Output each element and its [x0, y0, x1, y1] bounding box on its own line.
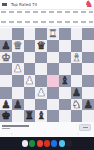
piece-white-king: ♚ — [1, 52, 10, 64]
square-e7[interactable] — [47, 40, 59, 52]
square-f2[interactable] — [59, 99, 71, 111]
menu-icon[interactable] — [2, 3, 7, 7]
nav-right-icon[interactable]: › — [77, 131, 79, 136]
square-f6[interactable] — [59, 52, 71, 64]
square-h8[interactable] — [82, 28, 94, 40]
square-g5[interactable] — [71, 63, 83, 75]
square-g7[interactable] — [71, 40, 83, 52]
square-d4[interactable] — [35, 75, 47, 87]
square-b5[interactable]: ♟ — [12, 63, 24, 75]
square-a6[interactable]: ♚ — [0, 52, 12, 64]
piece-black-queen: ♛ — [36, 40, 45, 52]
piece-white-bishop: ♝ — [72, 52, 81, 64]
square-d8[interactable] — [35, 28, 47, 40]
square-b2[interactable]: ♟ — [12, 99, 24, 111]
square-f3[interactable] — [59, 87, 71, 99]
square-g8[interactable] — [71, 28, 83, 40]
divider — [0, 26, 94, 27]
square-c1[interactable]: ♜ — [24, 110, 36, 122]
square-d6[interactable] — [35, 52, 47, 64]
piece-white-knight: ♞ — [72, 99, 81, 111]
app-icon-4[interactable] — [44, 140, 50, 146]
square-g6[interactable]: ♝ — [71, 52, 83, 64]
square-h1[interactable] — [82, 110, 94, 122]
app-icon-6[interactable] — [59, 140, 65, 146]
square-b6[interactable] — [12, 52, 24, 64]
piece-white-rook: ♜ — [48, 28, 57, 40]
square-c5[interactable] — [24, 63, 36, 75]
puzzle-caption-line-2 — [2, 128, 10, 129]
square-c3[interactable] — [24, 87, 36, 99]
square-h2[interactable]: ♟ — [82, 99, 94, 111]
piece-white-queen: ♛ — [13, 40, 22, 52]
puzzle-caption-line-1 — [2, 125, 29, 127]
piece-black-pawn: ♟ — [1, 40, 10, 52]
square-c2[interactable] — [24, 99, 36, 111]
piece-white-pawn: ♟ — [13, 63, 22, 75]
square-d7[interactable]: ♛ — [35, 40, 47, 52]
square-b7[interactable]: ♛ — [12, 40, 24, 52]
piece-white-pawn: ♟ — [36, 87, 45, 99]
square-d1[interactable]: ♝ — [35, 110, 47, 122]
square-a2[interactable]: ♟ — [0, 99, 12, 111]
square-a7[interactable]: ♟ — [0, 40, 12, 52]
square-a4[interactable] — [0, 75, 12, 87]
title-bar: Top Rated 74 ♞ — [0, 0, 94, 10]
square-e3[interactable] — [47, 87, 59, 99]
square-d2[interactable] — [35, 99, 47, 111]
app-icon-1[interactable] — [22, 140, 28, 146]
square-f1[interactable] — [59, 110, 71, 122]
piece-black-rook: ♜ — [25, 110, 34, 122]
hint-button[interactable] — [79, 124, 91, 131]
piece-white-pawn: ♟ — [25, 75, 34, 87]
square-e8[interactable]: ♜ — [47, 28, 59, 40]
piece-black-pawn: ♟ — [72, 87, 81, 99]
square-g4[interactable] — [71, 75, 83, 87]
square-e6[interactable] — [47, 52, 59, 64]
app-icon-2[interactable] — [29, 140, 35, 146]
square-e2[interactable] — [47, 99, 59, 111]
piece-black-pawn: ♟ — [1, 99, 10, 111]
page-title: Top Rated 74 — [11, 2, 37, 7]
piece-black-bishop: ♝ — [60, 75, 69, 87]
square-h4[interactable] — [82, 75, 94, 87]
square-h5[interactable] — [82, 63, 94, 75]
square-b4[interactable] — [12, 75, 24, 87]
app-icon-5[interactable] — [51, 140, 57, 146]
square-g1[interactable] — [71, 110, 83, 122]
square-d3[interactable]: ♟ — [35, 87, 47, 99]
square-a1[interactable]: ♚ — [0, 110, 12, 122]
piece-black-pawn: ♟ — [13, 99, 22, 111]
knight-logo-icon: ♞ — [85, 0, 93, 9]
square-b8[interactable] — [12, 28, 24, 40]
square-a8[interactable] — [0, 28, 12, 40]
square-c7[interactable] — [24, 40, 36, 52]
square-f8[interactable] — [59, 28, 71, 40]
square-e4[interactable] — [47, 75, 59, 87]
app-icon-3[interactable] — [37, 140, 43, 146]
chess-board[interactable]: ♜♟♛♛♚♝♟♟♝♟♟♟♟♞♟♚♜♝ — [0, 28, 94, 122]
square-f5[interactable] — [59, 63, 71, 75]
square-d5[interactable] — [35, 63, 47, 75]
move-list-line-2 — [1, 21, 93, 23]
square-b1[interactable] — [12, 110, 24, 122]
app-screen: Top Rated 74 ♞ ♜♟♛♛♚♝♟♟♝♟♟♟♟♞♟♚♜♝ ‹ ˇ › — [0, 0, 94, 150]
square-g2[interactable]: ♞ — [71, 99, 83, 111]
square-h3[interactable] — [82, 87, 94, 99]
piece-black-bishop: ♝ — [36, 110, 45, 122]
square-h7[interactable] — [82, 40, 94, 52]
square-b3[interactable] — [12, 87, 24, 99]
square-e5[interactable] — [47, 63, 59, 75]
square-e1[interactable] — [47, 110, 59, 122]
nav-left-icon[interactable]: ‹ — [11, 131, 13, 136]
square-g3[interactable]: ♟ — [71, 87, 83, 99]
square-c4[interactable]: ♟ — [24, 75, 36, 87]
square-h6[interactable] — [82, 52, 94, 64]
nav-center-icon[interactable]: ˇ — [44, 131, 46, 136]
square-c6[interactable] — [24, 52, 36, 64]
square-a3[interactable] — [0, 87, 12, 99]
square-f4[interactable]: ♝ — [59, 75, 71, 87]
square-f7[interactable] — [59, 40, 71, 52]
move-list-line-1 — [1, 11, 93, 13]
square-a5[interactable] — [0, 63, 12, 75]
piece-black-pawn: ♟ — [83, 99, 92, 111]
square-c8[interactable] — [24, 28, 36, 40]
app-icon-7[interactable] — [66, 140, 72, 146]
system-shelf — [0, 137, 94, 150]
piece-black-king: ♚ — [1, 110, 10, 122]
